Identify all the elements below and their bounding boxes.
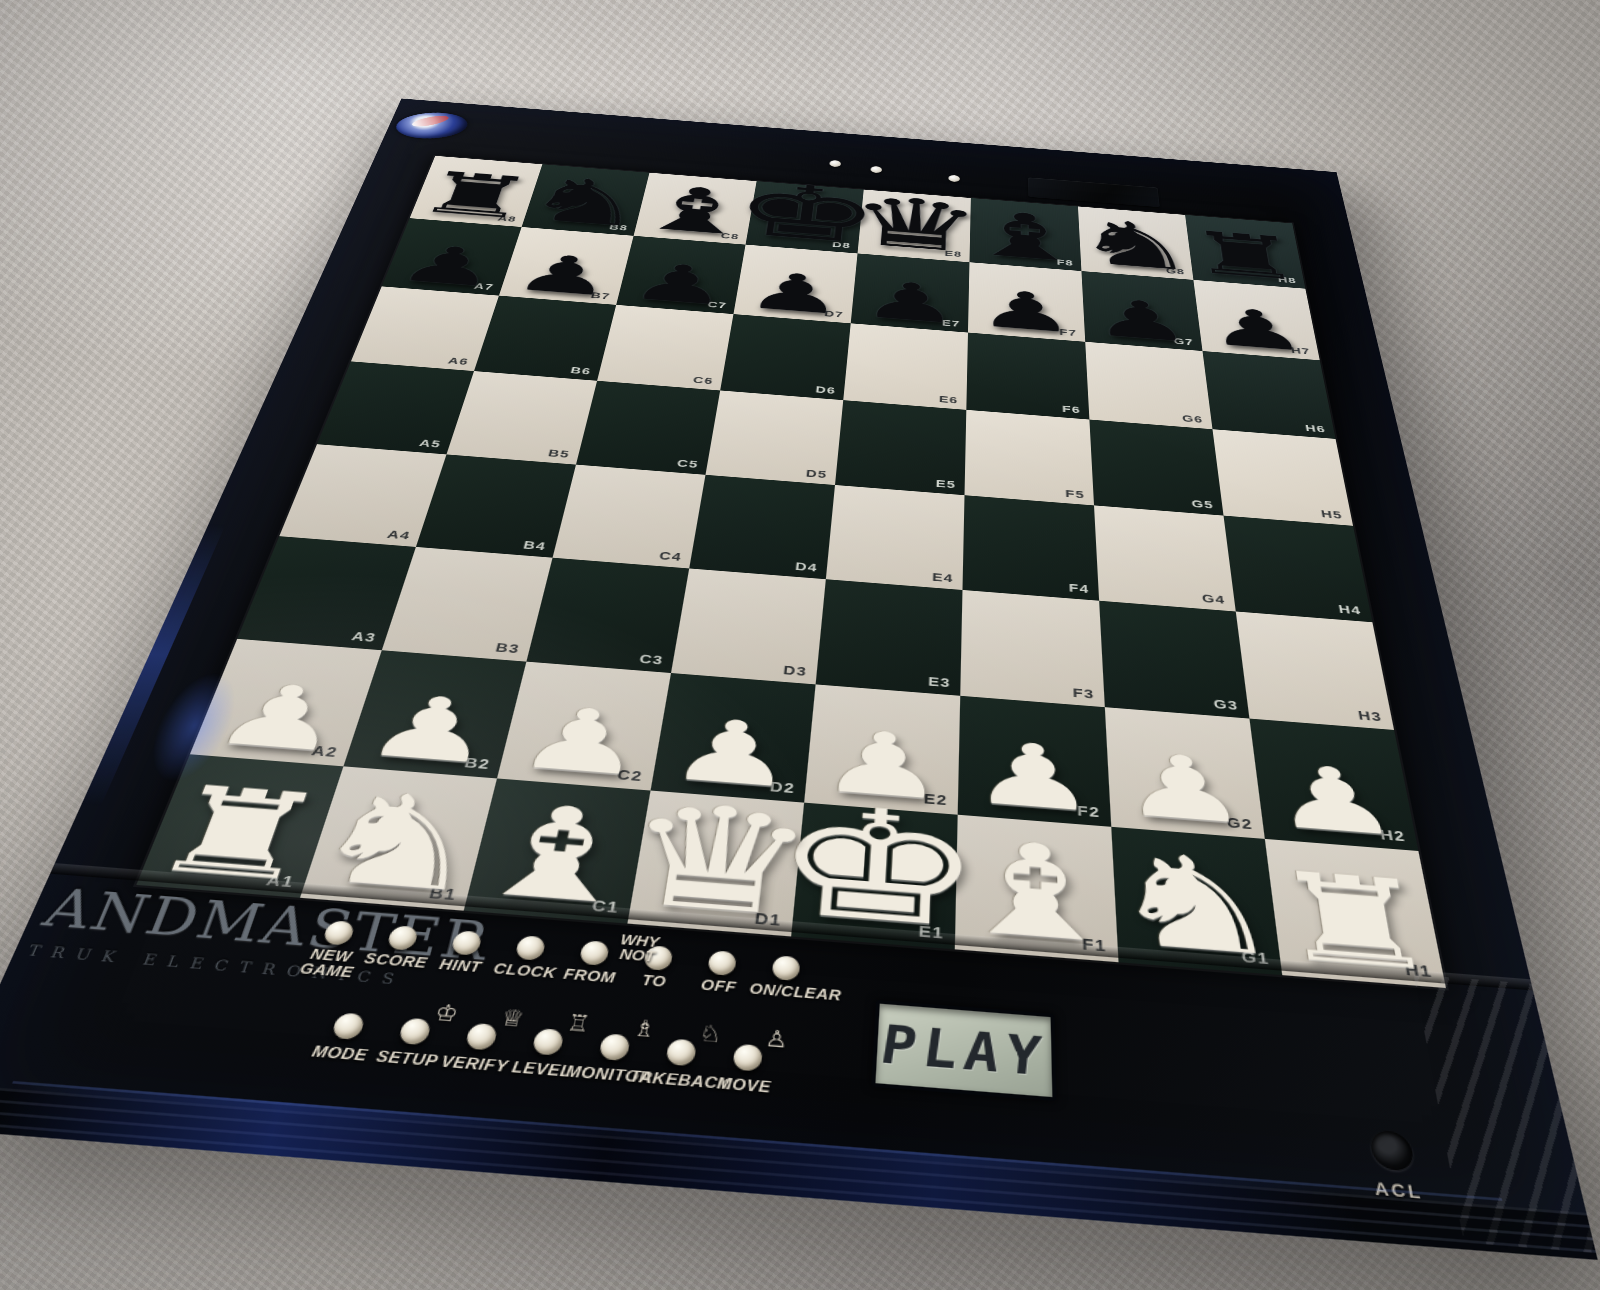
square-coordinate-label: G5	[1191, 497, 1214, 510]
acl-block: ACL	[1348, 1128, 1441, 1204]
square-coordinate-label: A3	[350, 628, 378, 644]
square-coordinate-label: F4	[1068, 581, 1089, 596]
square-f4[interactable]: F4	[962, 495, 1099, 601]
square-a6[interactable]: A6	[351, 286, 499, 371]
button-label: CLOCK	[490, 960, 560, 980]
square-coordinate-label: D6	[815, 384, 836, 396]
piece-black-rook-a8[interactable]: ♜	[410, 156, 543, 227]
pawn-icon: ♟	[510, 657, 651, 790]
button-label: ON/CLEAR	[749, 981, 818, 1001]
piece-black-pawn-f7[interactable]: ♟	[968, 262, 1085, 342]
square-b6[interactable]: B6	[474, 296, 616, 381]
square-h6[interactable]: H6	[1202, 351, 1335, 439]
square-coordinate-label: C6	[692, 374, 714, 386]
piece-white-pawn-c2[interactable]: ♟	[497, 662, 671, 791]
square-e3[interactable]: E3	[816, 579, 963, 696]
square-coordinate-label: H5	[1320, 507, 1343, 520]
bishop-icon: ♝	[628, 120, 763, 247]
queen-outline-icon: ♕	[499, 1004, 527, 1032]
piece-black-queen-e8[interactable]: ♛	[858, 190, 971, 263]
button-mode[interactable]	[331, 1012, 366, 1040]
square-c3[interactable]: C3	[526, 558, 689, 673]
piece-black-pawn-c7[interactable]: ♟	[616, 236, 745, 314]
square-coordinate-label: E4	[932, 570, 954, 585]
square-coordinate-label: C5	[676, 457, 699, 470]
square-coordinate-label: C4	[658, 549, 683, 563]
square-h3[interactable]: H3	[1236, 611, 1394, 729]
square-coordinate-label: D3	[783, 662, 808, 678]
rook-icon: ♜	[1190, 172, 1316, 291]
acl-button[interactable]	[1369, 1130, 1416, 1172]
square-coordinate-label: H4	[1337, 602, 1362, 617]
lcd-display: PLAY	[871, 1000, 1056, 1101]
square-coordinate-label: G4	[1201, 591, 1226, 606]
square-c6[interactable]: C6	[597, 305, 733, 391]
square-coordinate-label: D5	[805, 467, 827, 480]
why-not-label: WHY NOT	[600, 931, 676, 966]
square-coordinate-label: E5	[935, 477, 956, 490]
button-clock[interactable]	[515, 935, 547, 961]
square-c5[interactable]: C5	[576, 381, 720, 475]
button-label: MOVE	[696, 1073, 792, 1097]
square-g5[interactable]: G5	[1089, 420, 1223, 516]
piece-black-pawn-g7[interactable]: ♟	[1081, 271, 1202, 351]
square-coordinate-label: C3	[638, 651, 664, 667]
square-h4[interactable]: H4	[1224, 516, 1373, 623]
square-coordinate-label: F5	[1065, 487, 1085, 500]
pawn-outline-icon: ♙	[764, 1024, 789, 1052]
square-g4[interactable]: G4	[1094, 505, 1236, 611]
piece-black-pawn-e7[interactable]: ♟	[851, 253, 970, 332]
brand-sticker-logo	[395, 112, 467, 140]
square-e5[interactable]: E5	[835, 400, 966, 495]
square-coordinate-label: B4	[522, 538, 547, 552]
pawn-icon: ♟	[1275, 718, 1416, 851]
square-coordinate-label: G6	[1182, 413, 1204, 425]
square-g3[interactable]: G3	[1099, 601, 1249, 719]
pawn-icon: ♟	[204, 633, 345, 766]
button-setup[interactable]	[398, 1018, 433, 1046]
button-label: FROM	[554, 966, 624, 986]
piece-black-pawn-b7[interactable]: ♟	[499, 227, 634, 305]
pawn-icon: ♟	[969, 694, 1110, 827]
square-d5[interactable]: D5	[705, 390, 843, 485]
piece-black-knight-g8[interactable]: ♞	[1078, 206, 1193, 279]
status-led	[948, 175, 960, 182]
button-move[interactable]	[732, 1044, 763, 1072]
piece-white-pawn-h2[interactable]: ♟	[1249, 719, 1418, 851]
square-coordinate-label: E3	[928, 674, 951, 690]
knight-outline-icon: ♘	[698, 1019, 724, 1047]
square-e6[interactable]: E6	[843, 323, 968, 410]
square-coordinate-label: E6	[939, 393, 959, 405]
piece-black-bishop-c8[interactable]: ♝	[634, 173, 757, 245]
square-h5[interactable]: H5	[1212, 429, 1353, 526]
lcd-text: PLAY	[876, 1013, 1050, 1087]
square-coordinate-label: B6	[570, 365, 593, 377]
square-coordinate-label: B3	[494, 640, 521, 656]
piece-black-rook-h8[interactable]: ♜	[1185, 215, 1305, 289]
square-f6[interactable]: F6	[966, 333, 1089, 420]
square-f5[interactable]: F5	[965, 410, 1095, 506]
square-b5[interactable]: B5	[446, 371, 597, 465]
square-coordinate-label: H3	[1357, 707, 1383, 724]
square-d3[interactable]: D3	[671, 568, 826, 684]
square-coordinate-label: B5	[547, 447, 571, 460]
square-d4[interactable]: D4	[689, 475, 835, 579]
square-coordinate-label: A5	[418, 437, 443, 450]
button-on-clear[interactable]	[771, 955, 800, 981]
square-g6[interactable]: G6	[1085, 342, 1212, 429]
square-e4[interactable]: E4	[826, 485, 965, 590]
rook-outline-icon: ♖	[565, 1009, 592, 1037]
square-coordinate-label: A4	[386, 527, 412, 541]
button-off[interactable]	[707, 950, 737, 976]
piece-black-pawn-h7[interactable]: ♟	[1193, 280, 1319, 360]
square-d6[interactable]: D6	[720, 314, 851, 400]
square-c4[interactable]: C4	[553, 465, 706, 569]
status-led	[829, 160, 841, 167]
piece-white-pawn-g2[interactable]: ♟	[1105, 707, 1265, 839]
button-label: OFF	[684, 976, 753, 996]
square-coordinate-label: F6	[1062, 403, 1081, 415]
button-verify[interactable]	[465, 1023, 499, 1051]
button-takeback[interactable]	[665, 1038, 697, 1066]
pawn-icon: ♟	[357, 645, 498, 778]
button-label: TO	[619, 971, 688, 991]
status-led	[870, 166, 882, 173]
square-coordinate-label: G3	[1213, 696, 1239, 713]
square-coordinate-label: A6	[447, 355, 470, 367]
bishop-outline-icon: ♗	[631, 1014, 658, 1042]
square-coordinate-label: H6	[1304, 422, 1326, 434]
button-level[interactable]	[532, 1028, 565, 1056]
king-outline-icon: ♔	[432, 999, 461, 1027]
piece-black-pawn-a7[interactable]: ♟	[382, 218, 522, 295]
button-monitor[interactable]	[598, 1033, 630, 1061]
pawn-icon: ♟	[1122, 706, 1263, 839]
piece-black-pawn-d7[interactable]: ♟	[733, 245, 857, 324]
piece-black-bishop-f8[interactable]: ♝	[969, 198, 1081, 271]
square-coordinate-label: D4	[795, 559, 819, 574]
button-label: NEW GAME	[291, 945, 367, 980]
square-f3[interactable]: F3	[960, 590, 1105, 707]
square-coordinate-label: F3	[1072, 685, 1094, 701]
